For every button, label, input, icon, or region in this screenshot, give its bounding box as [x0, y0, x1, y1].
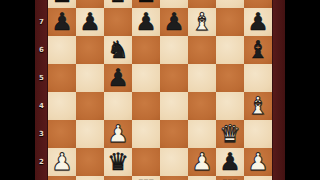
square-c6[interactable]: ♞: [104, 36, 132, 64]
white-pawn-icon: ♟: [247, 148, 269, 176]
white-pawn-icon: ♟: [191, 148, 213, 176]
square-e3[interactable]: [160, 120, 188, 148]
square-a4[interactable]: [48, 92, 76, 120]
white-pawn-icon: ♟: [107, 120, 129, 148]
rank-label-6: 6: [35, 36, 48, 64]
square-d4[interactable]: [132, 92, 160, 120]
square-d1[interactable]: ♜: [132, 176, 160, 180]
square-h6[interactable]: ♝: [244, 36, 272, 64]
square-c3[interactable]: ♟: [104, 120, 132, 148]
black-pawn-icon: ♟: [51, 8, 73, 36]
square-g6[interactable]: [216, 36, 244, 64]
square-c1[interactable]: [104, 176, 132, 180]
square-e2[interactable]: [160, 148, 188, 176]
square-c2[interactable]: ♛: [104, 148, 132, 176]
square-f2[interactable]: ♟: [188, 148, 216, 176]
rank-labels: 87654321: [35, 0, 48, 180]
square-a8[interactable]: ♜: [48, 0, 76, 8]
square-b5[interactable]: [76, 64, 104, 92]
white-king-icon: ♚: [163, 176, 185, 180]
square-b7[interactable]: ♟: [76, 8, 104, 36]
black-queen-icon: ♛: [107, 148, 129, 176]
rank-label-5: 5: [35, 64, 48, 92]
chess-board[interactable]: ♜♚♜♟♟♟♟♝♟♞♝♟♝♟♛♟♛♟♟♟♜♚♜: [48, 0, 272, 180]
square-f5[interactable]: [188, 64, 216, 92]
black-bishop-icon: ♝: [247, 36, 269, 64]
square-a1[interactable]: [48, 176, 76, 180]
rank-label-7: 7: [35, 8, 48, 36]
square-b1[interactable]: [76, 176, 104, 180]
square-h2[interactable]: ♟: [244, 148, 272, 176]
black-pawn-icon: ♟: [247, 8, 269, 36]
square-b4[interactable]: [76, 92, 104, 120]
square-f3[interactable]: [188, 120, 216, 148]
square-a3[interactable]: [48, 120, 76, 148]
square-e4[interactable]: [160, 92, 188, 120]
white-bishop-icon: ♝: [247, 92, 269, 120]
square-d8[interactable]: ♜: [132, 0, 160, 8]
square-g7[interactable]: [216, 8, 244, 36]
square-b6[interactable]: [76, 36, 104, 64]
square-b3[interactable]: [76, 120, 104, 148]
square-b8[interactable]: [76, 0, 104, 8]
white-rook-icon: ♜: [219, 176, 241, 180]
black-rook-icon: ♜: [135, 0, 157, 8]
square-g8[interactable]: [216, 0, 244, 8]
rank-label-3: 3: [35, 120, 48, 148]
square-h5[interactable]: [244, 64, 272, 92]
black-pawn-icon: ♟: [79, 8, 101, 36]
square-a2[interactable]: ♟: [48, 148, 76, 176]
square-h3[interactable]: [244, 120, 272, 148]
square-d6[interactable]: [132, 36, 160, 64]
black-pawn-icon: ♟: [163, 8, 185, 36]
black-king-icon: ♚: [107, 0, 129, 8]
square-e5[interactable]: [160, 64, 188, 92]
square-d3[interactable]: [132, 120, 160, 148]
black-knight-icon: ♞: [107, 36, 129, 64]
rank-label-4: 4: [35, 92, 48, 120]
black-pawn-icon: ♟: [219, 148, 241, 176]
square-f7[interactable]: ♝: [188, 8, 216, 36]
white-rook-icon: ♜: [135, 176, 157, 180]
white-queen-icon: ♛: [219, 120, 241, 148]
square-d5[interactable]: [132, 64, 160, 92]
white-pawn-icon: ♟: [51, 148, 73, 176]
square-h1[interactable]: [244, 176, 272, 180]
square-c8[interactable]: ♚: [104, 0, 132, 8]
rank-label-1: 1: [35, 176, 48, 180]
square-h8[interactable]: [244, 0, 272, 8]
square-g1[interactable]: ♜: [216, 176, 244, 180]
square-f1[interactable]: [188, 176, 216, 180]
square-g4[interactable]: [216, 92, 244, 120]
rank-label-2: 2: [35, 148, 48, 176]
square-e1[interactable]: ♚: [160, 176, 188, 180]
square-g2[interactable]: ♟: [216, 148, 244, 176]
square-f6[interactable]: [188, 36, 216, 64]
square-a5[interactable]: [48, 64, 76, 92]
square-c7[interactable]: [104, 8, 132, 36]
square-e7[interactable]: ♟: [160, 8, 188, 36]
square-h7[interactable]: ♟: [244, 8, 272, 36]
black-rook-icon: ♜: [51, 0, 73, 8]
square-e8[interactable]: [160, 0, 188, 8]
square-h4[interactable]: ♝: [244, 92, 272, 120]
black-pawn-icon: ♟: [135, 8, 157, 36]
square-f4[interactable]: [188, 92, 216, 120]
square-c5[interactable]: ♟: [104, 64, 132, 92]
square-e6[interactable]: [160, 36, 188, 64]
square-g3[interactable]: ♛: [216, 120, 244, 148]
white-bishop-icon: ♝: [191, 8, 213, 36]
square-a7[interactable]: ♟: [48, 8, 76, 36]
square-a6[interactable]: [48, 36, 76, 64]
black-pawn-icon: ♟: [107, 64, 129, 92]
square-d2[interactable]: [132, 148, 160, 176]
square-b2[interactable]: [76, 148, 104, 176]
square-c4[interactable]: [104, 92, 132, 120]
rank-label-8: 8: [35, 0, 48, 8]
square-g5[interactable]: [216, 64, 244, 92]
square-f8[interactable]: [188, 0, 216, 8]
chess-thumbnail: 87654321 ♜♚♜♟♟♟♟♝♟♞♝♟♝♟♛♟♛♟♟♟♜♚♜: [0, 0, 320, 180]
square-d7[interactable]: ♟: [132, 8, 160, 36]
